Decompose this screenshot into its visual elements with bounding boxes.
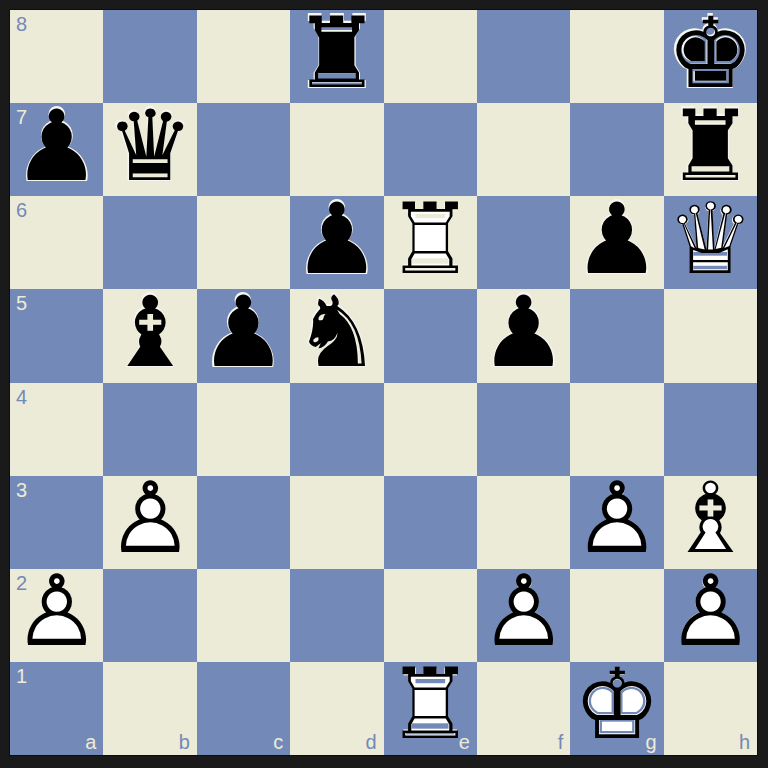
square-c8[interactable] (197, 10, 290, 103)
piece-glyph-fill: ♛ (668, 194, 753, 284)
rank-label-4: 4 (16, 387, 27, 407)
piece-glyph-outline: ♟ (480, 286, 568, 379)
piece-glyph-outline: ♙ (13, 565, 101, 658)
square-d5[interactable]: ♞♞ (290, 289, 383, 382)
piece-glyph-fill: ♝ (104, 283, 196, 381)
piece-black-knight[interactable]: ♞♞ (290, 289, 383, 382)
piece-black-queen[interactable]: ♛♛ (103, 103, 196, 196)
rank-label-8: 8 (16, 14, 27, 34)
square-e7[interactable] (384, 103, 477, 196)
square-f4[interactable] (477, 383, 570, 476)
square-c4[interactable] (197, 383, 290, 476)
piece-glyph-fill: ♜ (388, 660, 473, 750)
square-a6[interactable]: 6 (10, 196, 103, 289)
piece-black-rook[interactable]: ♜♜ (290, 10, 383, 103)
square-b7[interactable]: ♛♛ (103, 103, 196, 196)
square-b3[interactable]: ♟♙ (103, 476, 196, 569)
square-d6[interactable]: ♟♟ (290, 196, 383, 289)
piece-white-pawn[interactable]: ♟♙ (570, 476, 663, 569)
piece-glyph-outline: ♙ (480, 565, 568, 658)
square-a5[interactable]: 5 (10, 289, 103, 382)
square-g1[interactable]: g♚♔ (570, 662, 663, 755)
square-a7[interactable]: 7♟♟ (10, 103, 103, 196)
square-g2[interactable] (570, 569, 663, 662)
square-g4[interactable] (570, 383, 663, 476)
square-c7[interactable] (197, 103, 290, 196)
piece-black-pawn[interactable]: ♟♟ (570, 196, 663, 289)
square-f8[interactable] (477, 10, 570, 103)
piece-glyph-outline: ♙ (106, 472, 194, 565)
file-label-h: h (739, 732, 750, 752)
piece-glyph-fill: ♟ (571, 190, 663, 288)
piece-white-queen[interactable]: ♛♕ (664, 196, 757, 289)
square-d7[interactable] (290, 103, 383, 196)
piece-glyph-fill: ♟ (481, 566, 566, 656)
piece-white-pawn[interactable]: ♟♙ (10, 569, 103, 662)
square-g8[interactable] (570, 10, 663, 103)
piece-white-pawn[interactable]: ♟♙ (103, 476, 196, 569)
square-c3[interactable] (197, 476, 290, 569)
square-h7[interactable]: ♜♜ (664, 103, 757, 196)
square-h4[interactable] (664, 383, 757, 476)
rank-label-3: 3 (16, 480, 27, 500)
square-f5[interactable]: ♟♟ (477, 289, 570, 382)
rank-label-1: 1 (16, 666, 27, 686)
piece-glyph-fill: ♛ (104, 97, 196, 195)
piece-glyph-fill: ♟ (291, 190, 383, 288)
square-e2[interactable] (384, 569, 477, 662)
square-b8[interactable] (103, 10, 196, 103)
file-label-f: f (558, 732, 564, 752)
piece-glyph-fill: ♟ (11, 97, 103, 195)
file-label-d: d (365, 732, 376, 752)
piece-glyph-outline: ♗ (666, 472, 754, 565)
square-d3[interactable] (290, 476, 383, 569)
piece-glyph-fill: ♟ (477, 283, 569, 381)
piece-glyph-outline: ♖ (386, 193, 474, 286)
piece-glyph-outline: ♙ (666, 565, 754, 658)
square-b4[interactable] (103, 383, 196, 476)
rank-label-5: 5 (16, 293, 27, 313)
piece-glyph-outline: ♕ (666, 193, 754, 286)
piece-black-pawn[interactable]: ♟♟ (290, 196, 383, 289)
piece-glyph-fill: ♚ (664, 4, 756, 102)
square-a3[interactable]: 3 (10, 476, 103, 569)
rank-label-6: 6 (16, 200, 27, 220)
square-f2[interactable]: ♟♙ (477, 569, 570, 662)
square-e1[interactable]: e♜♖ (384, 662, 477, 755)
piece-white-rook[interactable]: ♜♖ (384, 662, 477, 755)
piece-glyph-outline: ♟ (573, 193, 661, 286)
square-h8[interactable]: ♚♚ (664, 10, 757, 103)
piece-glyph-outline: ♚ (666, 6, 754, 99)
square-a8[interactable]: 8 (10, 10, 103, 103)
piece-white-bishop[interactable]: ♝♗ (664, 476, 757, 569)
square-b1[interactable]: b (103, 662, 196, 755)
piece-glyph-fill: ♚ (574, 660, 659, 750)
piece-glyph-fill: ♜ (388, 194, 473, 284)
piece-glyph-fill: ♜ (291, 4, 383, 102)
piece-black-rook[interactable]: ♜♜ (664, 103, 757, 196)
square-f7[interactable] (477, 103, 570, 196)
square-c2[interactable] (197, 569, 290, 662)
square-b6[interactable] (103, 196, 196, 289)
square-g3[interactable]: ♟♙ (570, 476, 663, 569)
square-h2[interactable]: ♟♙ (664, 569, 757, 662)
piece-white-pawn[interactable]: ♟♙ (477, 569, 570, 662)
square-d1[interactable]: d (290, 662, 383, 755)
square-d8[interactable]: ♜♜ (290, 10, 383, 103)
square-d4[interactable] (290, 383, 383, 476)
square-h3[interactable]: ♝♗ (664, 476, 757, 569)
piece-glyph-outline: ♟ (13, 99, 101, 192)
piece-white-rook[interactable]: ♜♖ (384, 196, 477, 289)
square-g7[interactable] (570, 103, 663, 196)
square-f1[interactable]: f (477, 662, 570, 755)
square-f6[interactable] (477, 196, 570, 289)
square-f3[interactable] (477, 476, 570, 569)
piece-glyph-outline: ♙ (573, 472, 661, 565)
piece-glyph-outline: ♞ (293, 286, 381, 379)
piece-black-pawn[interactable]: ♟♟ (10, 103, 103, 196)
square-a4[interactable]: 4 (10, 383, 103, 476)
square-h5[interactable] (664, 289, 757, 382)
square-b2[interactable] (103, 569, 196, 662)
piece-glyph-fill: ♝ (668, 473, 753, 563)
piece-glyph-fill: ♟ (14, 566, 99, 656)
piece-glyph-fill: ♟ (197, 283, 289, 381)
square-a2[interactable]: 2♟♙ (10, 569, 103, 662)
piece-glyph-outline: ♜ (293, 6, 381, 99)
piece-glyph-outline: ♝ (106, 286, 194, 379)
square-h1[interactable]: h (664, 662, 757, 755)
square-e8[interactable] (384, 10, 477, 103)
file-label-c: c (273, 732, 283, 752)
square-g6[interactable]: ♟♟ (570, 196, 663, 289)
square-g5[interactable] (570, 289, 663, 382)
square-c1[interactable]: c (197, 662, 290, 755)
piece-glyph-fill: ♞ (291, 283, 383, 381)
piece-black-king[interactable]: ♚♚ (664, 10, 757, 103)
app-background: 8♜♜♚♚7♟♟♛♛♜♜6♟♟♜♖♟♟♛♕5♝♝♟♟♞♞♟♟43♟♙♟♙♝♗2♟… (0, 0, 768, 768)
file-label-a: a (85, 732, 96, 752)
square-h6[interactable]: ♛♕ (664, 196, 757, 289)
square-d2[interactable] (290, 569, 383, 662)
piece-glyph-fill: ♟ (668, 566, 753, 656)
piece-glyph-outline: ♜ (666, 99, 754, 192)
square-e5[interactable] (384, 289, 477, 382)
chess-board: 8♜♜♚♚7♟♟♛♛♜♜6♟♟♜♖♟♟♛♕5♝♝♟♟♞♞♟♟43♟♙♟♙♝♗2♟… (10, 10, 757, 755)
piece-black-bishop[interactable]: ♝♝ (103, 289, 196, 382)
piece-glyph-fill: ♜ (664, 97, 756, 195)
square-e3[interactable] (384, 476, 477, 569)
square-a1[interactable]: 1a (10, 662, 103, 755)
file-label-b: b (179, 732, 190, 752)
square-c6[interactable] (197, 196, 290, 289)
square-e6[interactable]: ♜♖ (384, 196, 477, 289)
piece-glyph-outline: ♛ (106, 99, 194, 192)
piece-glyph-outline: ♖ (386, 658, 474, 751)
square-e4[interactable] (384, 383, 477, 476)
piece-black-pawn[interactable]: ♟♟ (197, 289, 290, 382)
piece-black-pawn[interactable]: ♟♟ (477, 289, 570, 382)
piece-glyph-fill: ♟ (574, 473, 659, 563)
square-c5[interactable]: ♟♟ (197, 289, 290, 382)
piece-glyph-fill: ♟ (107, 473, 192, 563)
piece-glyph-outline: ♔ (573, 658, 661, 751)
piece-glyph-outline: ♟ (293, 193, 381, 286)
square-b5[interactable]: ♝♝ (103, 289, 196, 382)
piece-white-pawn[interactable]: ♟♙ (664, 569, 757, 662)
piece-glyph-outline: ♟ (200, 286, 288, 379)
piece-white-king[interactable]: ♚♔ (570, 662, 663, 755)
